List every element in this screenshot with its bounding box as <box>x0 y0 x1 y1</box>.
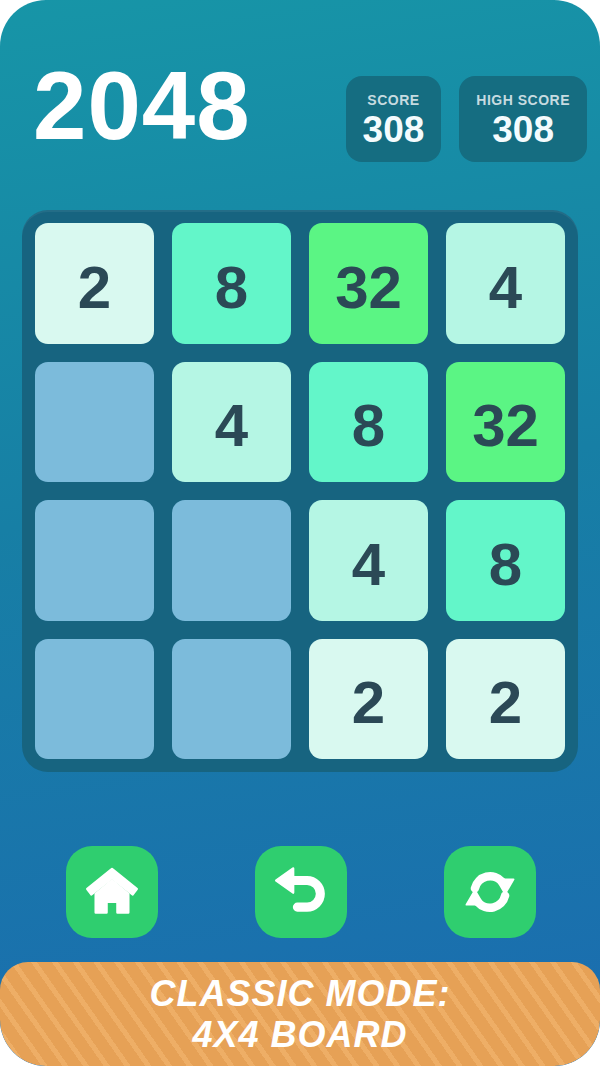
banner-line-1: CLASSIC MODE: <box>150 973 451 1014</box>
high-score-box: HIGH SCORE 308 <box>459 76 587 162</box>
empty-cell-r4c2 <box>172 639 291 760</box>
score-label: SCORE <box>367 92 419 108</box>
undo-icon <box>272 863 330 921</box>
restart-button[interactable] <box>444 846 536 938</box>
high-score-label: HIGH SCORE <box>476 92 570 108</box>
empty-cell-r3c1 <box>35 500 154 621</box>
tile-2-r4c3: 2 <box>309 639 428 760</box>
restart-icon <box>461 863 519 921</box>
tile-32-r2c4: 32 <box>446 362 565 483</box>
high-score-value: 308 <box>492 113 554 147</box>
home-button[interactable] <box>66 846 158 938</box>
tile-4-r1c4: 4 <box>446 223 565 344</box>
empty-cell-r3c2 <box>172 500 291 621</box>
tile-8-r3c4: 8 <box>446 500 565 621</box>
score-panel: SCORE 308 HIGH SCORE 308 <box>346 76 587 162</box>
tile-8-r1c2: 8 <box>172 223 291 344</box>
tile-2-r4c4: 2 <box>446 639 565 760</box>
mode-banner: CLASSIC MODE: 4X4 BOARD <box>0 962 600 1066</box>
tile-32-r1c3: 32 <box>309 223 428 344</box>
controls <box>66 846 536 938</box>
undo-button[interactable] <box>255 846 347 938</box>
tile-4-r3c3: 4 <box>309 500 428 621</box>
empty-cell-r2c1 <box>35 362 154 483</box>
tile-8-r2c3: 8 <box>309 362 428 483</box>
board-grid[interactable]: 2832448324822 <box>22 210 578 772</box>
page-title: 2048 <box>33 54 251 158</box>
app-frame: 2048 SCORE 308 HIGH SCORE 308 2832448324… <box>0 0 600 1066</box>
score-box: SCORE 308 <box>346 76 442 162</box>
tile-2-r1c1: 2 <box>35 223 154 344</box>
tile-4-r2c2: 4 <box>172 362 291 483</box>
score-value: 308 <box>363 113 425 147</box>
banner-line-2: 4X4 BOARD <box>192 1014 407 1055</box>
home-icon <box>83 863 141 921</box>
empty-cell-r4c1 <box>35 639 154 760</box>
